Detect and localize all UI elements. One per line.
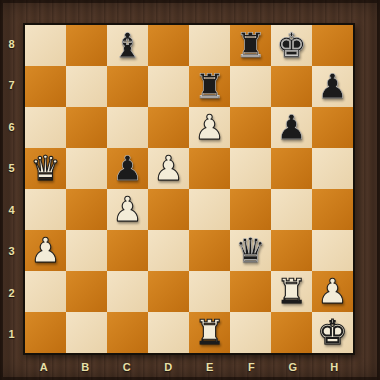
square-g7[interactable]	[271, 66, 312, 107]
file-label-f: F	[231, 355, 273, 378]
square-a4[interactable]	[25, 189, 66, 230]
square-h8[interactable]	[312, 25, 353, 66]
square-f7[interactable]	[230, 66, 271, 107]
square-g4[interactable]	[271, 189, 312, 230]
square-e5[interactable]	[189, 148, 230, 189]
rank-label-1: 1	[0, 314, 23, 356]
square-e7[interactable]: ♜	[189, 66, 230, 107]
square-d5[interactable]: ♟	[148, 148, 189, 189]
piece-black-king[interactable]: ♚	[276, 25, 306, 66]
piece-white-rook[interactable]: ♜	[194, 312, 224, 353]
square-g6[interactable]: ♟	[271, 107, 312, 148]
square-f5[interactable]	[230, 148, 271, 189]
piece-black-rook[interactable]: ♜	[235, 25, 265, 66]
square-h6[interactable]	[312, 107, 353, 148]
file-label-c: C	[106, 355, 148, 378]
square-c7[interactable]	[107, 66, 148, 107]
square-a1[interactable]	[25, 312, 66, 353]
square-e1[interactable]: ♜	[189, 312, 230, 353]
square-c5[interactable]: ♟	[107, 148, 148, 189]
square-a8[interactable]	[25, 25, 66, 66]
square-e4[interactable]	[189, 189, 230, 230]
piece-white-pawn[interactable]: ♟	[317, 271, 347, 312]
square-d4[interactable]	[148, 189, 189, 230]
square-c1[interactable]	[107, 312, 148, 353]
square-d6[interactable]	[148, 107, 189, 148]
chess-app: 87654321 ♝♜♚♜♟♟♟♛♟♟♟♟♛♜♟♜♚ ABCDEFGH	[0, 0, 380, 380]
square-c4[interactable]: ♟	[107, 189, 148, 230]
square-e6[interactable]: ♟	[189, 107, 230, 148]
square-b7[interactable]	[66, 66, 107, 107]
rank-labels: 87654321	[0, 23, 23, 355]
piece-black-pawn[interactable]: ♟	[112, 148, 142, 189]
rank-label-7: 7	[0, 65, 23, 107]
square-b3[interactable]	[66, 230, 107, 271]
piece-black-queen[interactable]: ♛	[235, 230, 265, 271]
file-labels: ABCDEFGH	[23, 355, 355, 378]
rank-label-2: 2	[0, 272, 23, 314]
square-c6[interactable]	[107, 107, 148, 148]
square-b6[interactable]	[66, 107, 107, 148]
chess-board: ♝♜♚♜♟♟♟♛♟♟♟♟♛♜♟♜♚	[25, 25, 353, 353]
square-g1[interactable]	[271, 312, 312, 353]
file-label-d: D	[148, 355, 190, 378]
square-d8[interactable]	[148, 25, 189, 66]
square-a7[interactable]	[25, 66, 66, 107]
square-a5[interactable]: ♛	[25, 148, 66, 189]
piece-white-pawn[interactable]: ♟	[153, 148, 183, 189]
square-f6[interactable]	[230, 107, 271, 148]
rank-label-4: 4	[0, 189, 23, 231]
square-g2[interactable]: ♜	[271, 271, 312, 312]
square-e8[interactable]	[189, 25, 230, 66]
square-b1[interactable]	[66, 312, 107, 353]
file-label-a: A	[23, 355, 65, 378]
piece-white-pawn[interactable]: ♟	[30, 230, 60, 271]
square-e2[interactable]	[189, 271, 230, 312]
piece-white-rook[interactable]: ♜	[276, 271, 306, 312]
square-b4[interactable]	[66, 189, 107, 230]
rank-label-5: 5	[0, 148, 23, 190]
square-d3[interactable]	[148, 230, 189, 271]
square-d2[interactable]	[148, 271, 189, 312]
square-h5[interactable]	[312, 148, 353, 189]
square-a2[interactable]	[25, 271, 66, 312]
square-f3[interactable]: ♛	[230, 230, 271, 271]
square-g5[interactable]	[271, 148, 312, 189]
file-label-b: B	[65, 355, 107, 378]
board-border: ♝♜♚♜♟♟♟♛♟♟♟♟♛♜♟♜♚	[23, 23, 355, 355]
square-d1[interactable]	[148, 312, 189, 353]
square-c3[interactable]	[107, 230, 148, 271]
square-a3[interactable]: ♟	[25, 230, 66, 271]
piece-black-pawn[interactable]: ♟	[317, 66, 347, 107]
piece-white-queen[interactable]: ♛	[30, 148, 60, 189]
piece-black-bishop[interactable]: ♝	[112, 25, 142, 66]
square-h1[interactable]: ♚	[312, 312, 353, 353]
piece-white-pawn[interactable]: ♟	[112, 189, 142, 230]
square-e3[interactable]	[189, 230, 230, 271]
square-h2[interactable]: ♟	[312, 271, 353, 312]
square-c8[interactable]: ♝	[107, 25, 148, 66]
rank-label-8: 8	[0, 23, 23, 65]
square-h4[interactable]	[312, 189, 353, 230]
square-d7[interactable]	[148, 66, 189, 107]
piece-white-pawn[interactable]: ♟	[194, 107, 224, 148]
square-h3[interactable]	[312, 230, 353, 271]
square-h7[interactable]: ♟	[312, 66, 353, 107]
file-label-h: H	[314, 355, 356, 378]
file-label-e: E	[189, 355, 231, 378]
square-f1[interactable]	[230, 312, 271, 353]
square-b8[interactable]	[66, 25, 107, 66]
piece-white-king[interactable]: ♚	[317, 312, 347, 353]
square-f2[interactable]	[230, 271, 271, 312]
square-g8[interactable]: ♚	[271, 25, 312, 66]
square-c2[interactable]	[107, 271, 148, 312]
square-b5[interactable]	[66, 148, 107, 189]
square-a6[interactable]	[25, 107, 66, 148]
square-b2[interactable]	[66, 271, 107, 312]
rank-label-3: 3	[0, 231, 23, 273]
square-g3[interactable]	[271, 230, 312, 271]
square-f8[interactable]: ♜	[230, 25, 271, 66]
square-f4[interactable]	[230, 189, 271, 230]
piece-black-rook[interactable]: ♜	[194, 66, 224, 107]
file-label-g: G	[272, 355, 314, 378]
piece-black-pawn[interactable]: ♟	[276, 107, 306, 148]
rank-label-6: 6	[0, 106, 23, 148]
